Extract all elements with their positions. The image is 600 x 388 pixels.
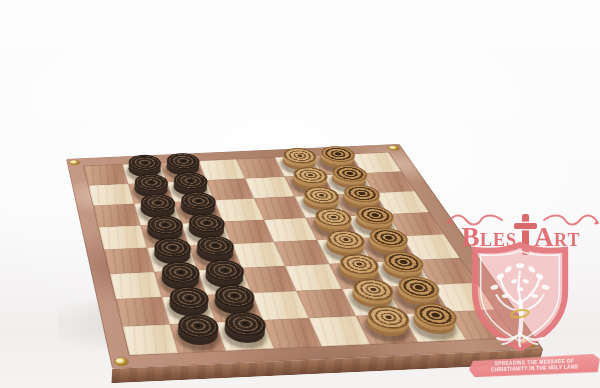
board-wrap — [59, 119, 489, 366]
light-checker — [407, 314, 460, 339]
square-c1 — [216, 320, 274, 351]
square-a1 — [123, 324, 178, 355]
square-a8 — [84, 164, 128, 185]
square-a6 — [94, 204, 140, 227]
board-grid — [84, 152, 514, 355]
brand-letter: A — [534, 222, 554, 252]
brand-letters: RT — [554, 230, 580, 250]
brass-corner-inlay — [114, 357, 128, 365]
square-a3 — [110, 272, 161, 299]
square-e5 — [264, 218, 317, 242]
brass-corner-inlay — [519, 339, 537, 347]
square-a5 — [99, 225, 147, 250]
perspective-scene — [59, 119, 489, 366]
brand-letters: LES — [480, 230, 517, 250]
flourish-right-icon — [542, 211, 600, 229]
square-a2 — [116, 297, 169, 326]
square-b1 — [169, 322, 226, 353]
square-e4 — [274, 240, 329, 266]
brass-corner-inlay — [388, 145, 401, 150]
light-checker — [361, 316, 412, 341]
square-f1 — [355, 314, 418, 345]
square-a4 — [104, 248, 154, 274]
dark-checker — [174, 325, 220, 350]
square-a7 — [89, 184, 134, 206]
board-surface — [66, 144, 543, 369]
checkers-board — [66, 144, 543, 369]
cross-icon — [522, 214, 529, 255]
brass-corner-inlay — [69, 160, 80, 165]
product-photo-stage: BLESART — [0, 0, 600, 388]
dark-checker — [221, 323, 269, 348]
